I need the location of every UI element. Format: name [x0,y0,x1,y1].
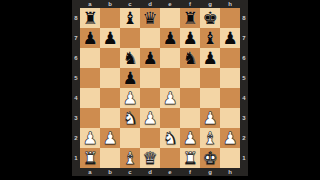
square-g5 [200,68,220,88]
square-c4: ♟ [120,88,140,108]
square-a8: ♜ [80,8,100,28]
letterbox-right [248,0,320,180]
square-b3 [100,108,120,128]
file-label-c: c [120,0,140,8]
rank-label-4: 4 [240,88,248,108]
square-e8 [160,8,180,28]
square-c5: ♟ [120,68,140,88]
square-b8 [100,8,120,28]
white-bishop: ♝ [120,148,140,168]
letterbox-left [0,0,72,180]
rank-labels-left: 87654321 [72,8,80,168]
square-a7: ♟ [80,28,100,48]
square-g7: ♝ [200,28,220,48]
rank-label-7: 7 [240,28,248,48]
square-h4 [220,88,240,108]
rank-label-8: 8 [72,8,80,28]
white-pawn: ♟ [220,128,240,148]
square-b4 [100,88,120,108]
white-pawn: ♟ [160,88,180,108]
square-a5 [80,68,100,88]
square-d5 [140,68,160,88]
rank-label-2: 2 [72,128,80,148]
white-pawn: ♟ [80,128,100,148]
file-label-g: g [200,168,220,176]
black-pawn: ♟ [160,28,180,48]
square-c3: ♞ [120,108,140,128]
white-queen: ♛ [140,148,160,168]
square-e7: ♟ [160,28,180,48]
rank-label-4: 4 [72,88,80,108]
square-b7: ♟ [100,28,120,48]
square-c6: ♞ [120,48,140,68]
black-pawn: ♟ [220,28,240,48]
square-h1 [220,148,240,168]
white-pawn: ♟ [140,108,160,128]
square-a6 [80,48,100,68]
square-f6: ♞ [180,48,200,68]
square-d6: ♟ [140,48,160,68]
square-h5 [220,68,240,88]
rank-label-3: 3 [240,108,248,128]
square-g4 [200,88,220,108]
white-rook: ♜ [80,148,100,168]
black-rook: ♜ [80,8,100,28]
square-b5 [100,68,120,88]
rank-labels-right: 87654321 [240,8,248,168]
square-f5 [180,68,200,88]
square-a4 [80,88,100,108]
square-a1: ♜ [80,148,100,168]
square-d7 [140,28,160,48]
square-f7: ♟ [180,28,200,48]
square-g3: ♟ [200,108,220,128]
rank-label-6: 6 [72,48,80,68]
rank-label-3: 3 [72,108,80,128]
black-bishop: ♝ [120,8,140,28]
square-d8: ♛ [140,8,160,28]
file-label-b: b [100,168,120,176]
square-g6: ♟ [200,48,220,68]
square-a2: ♟ [80,128,100,148]
rank-label-2: 2 [240,128,248,148]
square-h8 [220,8,240,28]
file-label-a: a [80,0,100,8]
rank-label-1: 1 [240,148,248,168]
square-c7 [120,28,140,48]
square-h7: ♟ [220,28,240,48]
rank-label-8: 8 [240,8,248,28]
file-label-b: b [100,0,120,8]
square-e3 [160,108,180,128]
rank-label-6: 6 [240,48,248,68]
square-c2 [120,128,140,148]
file-label-a: a [80,168,100,176]
square-c1: ♝ [120,148,140,168]
black-bishop: ♝ [200,28,220,48]
white-pawn: ♟ [200,108,220,128]
file-label-f: f [180,168,200,176]
rank-label-5: 5 [72,68,80,88]
black-rook: ♜ [180,8,200,28]
black-pawn: ♟ [140,48,160,68]
square-c8: ♝ [120,8,140,28]
square-f8: ♜ [180,8,200,28]
square-g8: ♚ [200,8,220,28]
square-d1: ♛ [140,148,160,168]
white-king: ♚ [200,148,220,168]
white-rook: ♜ [180,148,200,168]
square-g2: ♝ [200,128,220,148]
square-e5 [160,68,180,88]
square-g1: ♚ [200,148,220,168]
square-f3 [180,108,200,128]
square-d4 [140,88,160,108]
black-knight: ♞ [180,48,200,68]
black-knight: ♞ [120,48,140,68]
square-d2 [140,128,160,148]
file-label-c: c [120,168,140,176]
black-pawn: ♟ [200,48,220,68]
black-pawn: ♟ [120,68,140,88]
square-h3 [220,108,240,128]
rank-label-7: 7 [72,28,80,48]
file-label-h: h [220,168,240,176]
square-f4 [180,88,200,108]
square-h2: ♟ [220,128,240,148]
square-h6 [220,48,240,68]
square-e6 [160,48,180,68]
rank-label-1: 1 [72,148,80,168]
video-frame: abcdefgh abcdefgh 87654321 87654321 ♜♝♛♜… [0,0,320,180]
file-labels-bottom: abcdefgh [80,168,240,176]
square-b2: ♟ [100,128,120,148]
file-labels-top: abcdefgh [80,0,240,8]
white-pawn: ♟ [180,128,200,148]
square-d3: ♟ [140,108,160,128]
file-label-d: d [140,0,160,8]
square-e2: ♞ [160,128,180,148]
file-label-g: g [200,0,220,8]
black-pawn: ♟ [100,28,120,48]
black-queen: ♛ [140,8,160,28]
chessboard: ♜♝♛♜♚♟♟♟♟♝♟♞♟♞♟♟♟♟♞♟♟♟♟♞♟♝♟♜♝♛♜♚ [80,8,240,168]
white-knight: ♞ [120,108,140,128]
square-b6 [100,48,120,68]
white-pawn: ♟ [120,88,140,108]
white-pawn: ♟ [100,128,120,148]
square-f2: ♟ [180,128,200,148]
file-label-e: e [160,168,180,176]
rank-label-5: 5 [240,68,248,88]
square-f1: ♜ [180,148,200,168]
square-e1 [160,148,180,168]
square-e4: ♟ [160,88,180,108]
black-pawn: ♟ [80,28,100,48]
square-b1 [100,148,120,168]
file-label-d: d [140,168,160,176]
file-label-h: h [220,0,240,8]
white-bishop: ♝ [200,128,220,148]
square-a3 [80,108,100,128]
black-king: ♚ [200,8,220,28]
file-label-f: f [180,0,200,8]
white-knight: ♞ [160,128,180,148]
file-label-e: e [160,0,180,8]
chessboard-frame: abcdefgh abcdefgh 87654321 87654321 ♜♝♛♜… [72,0,248,176]
black-pawn: ♟ [180,28,200,48]
